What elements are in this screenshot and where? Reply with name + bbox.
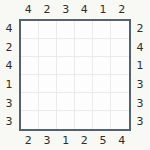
clue-left-2: 4 — [0, 56, 18, 75]
board-cell[interactable] — [111, 93, 129, 111]
board-cell[interactable] — [111, 111, 129, 129]
skyscrapers-puzzle: 423412 241333 231254 424133 — [0, 0, 150, 150]
clue-left-3: 1 — [0, 75, 18, 94]
clue-left-5: 3 — [0, 112, 18, 131]
clue-right-3: 3 — [131, 75, 149, 94]
board-cell[interactable] — [57, 111, 75, 129]
clue-top-4: 1 — [94, 0, 113, 18]
board-cell[interactable] — [57, 21, 75, 39]
board-cell[interactable] — [21, 57, 39, 75]
clue-bottom-4: 5 — [94, 131, 113, 149]
clue-bottom-0: 2 — [19, 131, 38, 149]
board-cell[interactable] — [39, 21, 57, 39]
board-cell[interactable] — [21, 39, 39, 57]
clue-top-2: 3 — [56, 0, 75, 18]
clues-bottom: 231254 — [19, 131, 131, 149]
board-cell[interactable] — [39, 39, 57, 57]
board-cell[interactable] — [39, 111, 57, 129]
clue-bottom-1: 3 — [38, 131, 57, 149]
clue-top-3: 4 — [75, 0, 94, 18]
board-cell[interactable] — [57, 75, 75, 93]
board-cell[interactable] — [111, 21, 129, 39]
board-cell[interactable] — [39, 57, 57, 75]
clue-right-0: 2 — [131, 19, 149, 38]
board-cell[interactable] — [93, 75, 111, 93]
board-cell[interactable] — [93, 39, 111, 57]
board-cell[interactable] — [21, 21, 39, 39]
clue-right-1: 4 — [131, 38, 149, 57]
board-cell[interactable] — [21, 111, 39, 129]
puzzle-board — [19, 19, 131, 131]
clues-right: 241333 — [131, 19, 149, 131]
board-cell[interactable] — [111, 57, 129, 75]
board-cell[interactable] — [21, 93, 39, 111]
board-cell[interactable] — [75, 93, 93, 111]
board-cell[interactable] — [75, 111, 93, 129]
board-cell[interactable] — [21, 75, 39, 93]
board-cell[interactable] — [57, 57, 75, 75]
board-cell[interactable] — [75, 57, 93, 75]
board-cell[interactable] — [93, 111, 111, 129]
board-cell[interactable] — [93, 93, 111, 111]
clue-right-2: 1 — [131, 56, 149, 75]
board-cell[interactable] — [75, 21, 93, 39]
clue-top-5: 2 — [112, 0, 131, 18]
clue-left-1: 2 — [0, 38, 18, 57]
clue-top-1: 2 — [38, 0, 57, 18]
board-cell[interactable] — [93, 57, 111, 75]
board-cell[interactable] — [39, 93, 57, 111]
clue-bottom-5: 4 — [112, 131, 131, 149]
clue-right-4: 3 — [131, 94, 149, 113]
board-cell[interactable] — [75, 39, 93, 57]
board-cell[interactable] — [111, 39, 129, 57]
board-cell[interactable] — [75, 75, 93, 93]
board-cell[interactable] — [57, 93, 75, 111]
clue-left-4: 3 — [0, 94, 18, 113]
board-cell[interactable] — [39, 75, 57, 93]
board-cell[interactable] — [57, 39, 75, 57]
board-cell[interactable] — [111, 75, 129, 93]
clue-bottom-3: 2 — [75, 131, 94, 149]
clues-left: 424133 — [0, 19, 18, 131]
clue-bottom-2: 1 — [56, 131, 75, 149]
clue-right-5: 3 — [131, 112, 149, 131]
board-cell[interactable] — [93, 21, 111, 39]
clue-top-0: 4 — [19, 0, 38, 18]
clue-left-0: 4 — [0, 19, 18, 38]
clues-top: 423412 — [19, 0, 131, 18]
